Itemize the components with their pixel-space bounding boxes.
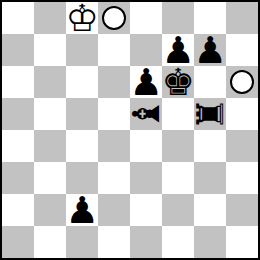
square-d6[interactable] <box>98 66 130 98</box>
square-b7[interactable] <box>34 34 66 66</box>
square-c2[interactable]: ♟ <box>66 194 98 226</box>
square-f4[interactable] <box>162 130 194 162</box>
square-c5[interactable] <box>66 98 98 130</box>
square-a7[interactable] <box>2 34 34 66</box>
square-h1[interactable] <box>226 226 258 258</box>
square-h7[interactable] <box>226 34 258 66</box>
square-b5[interactable] <box>34 98 66 130</box>
square-g5[interactable]: ♜ <box>194 98 226 130</box>
square-d4[interactable] <box>98 130 130 162</box>
circle-marker[interactable] <box>230 70 254 94</box>
square-g4[interactable] <box>194 130 226 162</box>
piece-black-pawn[interactable]: ♟ <box>194 34 226 66</box>
square-h8[interactable] <box>226 2 258 34</box>
square-e4[interactable] <box>130 130 162 162</box>
square-g1[interactable] <box>194 226 226 258</box>
square-g2[interactable] <box>194 194 226 226</box>
square-h6[interactable] <box>226 66 258 98</box>
square-h3[interactable] <box>226 162 258 194</box>
square-d3[interactable] <box>98 162 130 194</box>
square-g7[interactable]: ♟ <box>194 34 226 66</box>
square-b3[interactable] <box>34 162 66 194</box>
piece-black-rotated-bishop-vao[interactable]: ♝ <box>130 98 162 130</box>
square-d7[interactable] <box>98 34 130 66</box>
piece-white-king[interactable]: ♔ <box>66 2 98 34</box>
square-e5[interactable]: ♝ <box>130 98 162 130</box>
square-a4[interactable] <box>2 130 34 162</box>
square-f1[interactable] <box>162 226 194 258</box>
square-a3[interactable] <box>2 162 34 194</box>
square-b1[interactable] <box>34 226 66 258</box>
square-b2[interactable] <box>34 194 66 226</box>
square-a1[interactable] <box>2 226 34 258</box>
square-c1[interactable] <box>66 226 98 258</box>
square-c4[interactable] <box>66 130 98 162</box>
square-b8[interactable] <box>34 2 66 34</box>
piece-black-pawn[interactable]: ♟ <box>130 66 162 98</box>
square-h2[interactable] <box>226 194 258 226</box>
square-c7[interactable] <box>66 34 98 66</box>
square-e6[interactable]: ♟ <box>130 66 162 98</box>
square-g6[interactable] <box>194 66 226 98</box>
square-f2[interactable] <box>162 194 194 226</box>
square-b6[interactable] <box>34 66 66 98</box>
square-c6[interactable] <box>66 66 98 98</box>
square-c8[interactable]: ♔ <box>66 2 98 34</box>
square-b4[interactable] <box>34 130 66 162</box>
piece-black-pawn[interactable]: ♟ <box>66 194 98 226</box>
square-h4[interactable] <box>226 130 258 162</box>
square-a8[interactable] <box>2 2 34 34</box>
piece-black-rotated-rook-pao[interactable]: ♜ <box>194 98 226 130</box>
square-e8[interactable] <box>130 2 162 34</box>
square-f6[interactable]: ♚ <box>162 66 194 98</box>
circle-marker[interactable] <box>102 6 126 30</box>
square-d1[interactable] <box>98 226 130 258</box>
square-e1[interactable] <box>130 226 162 258</box>
square-d8[interactable] <box>98 2 130 34</box>
square-a2[interactable] <box>2 194 34 226</box>
square-a6[interactable] <box>2 66 34 98</box>
square-e2[interactable] <box>130 194 162 226</box>
square-g3[interactable] <box>194 162 226 194</box>
square-d2[interactable] <box>98 194 130 226</box>
square-e3[interactable] <box>130 162 162 194</box>
piece-black-king[interactable]: ♚ <box>162 66 194 98</box>
square-f3[interactable] <box>162 162 194 194</box>
chess-board: ♔♟♟♟♚♝♜♟ <box>0 0 260 260</box>
square-a5[interactable] <box>2 98 34 130</box>
